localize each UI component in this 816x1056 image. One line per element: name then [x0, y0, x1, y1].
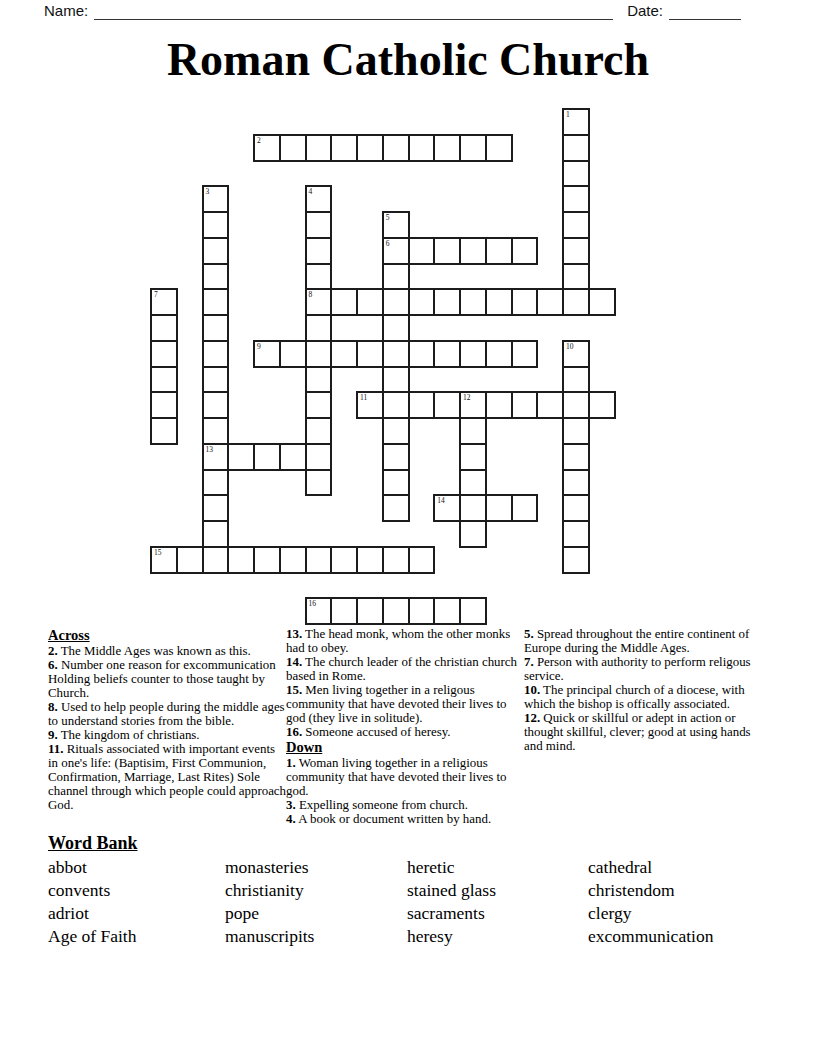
crossword-cell[interactable]: [562, 211, 590, 239]
crossword-cell[interactable]: [382, 366, 410, 394]
crossword-cell[interactable]: [279, 443, 307, 471]
cell-number: 4: [309, 187, 313, 196]
crossword-cell[interactable]: [227, 443, 255, 471]
clue-item: 7. Person with authority to perform reli…: [524, 655, 764, 683]
word-bank-item: convents: [48, 879, 225, 902]
word-bank-item: cathedral: [588, 856, 788, 879]
cell-number: 11: [360, 393, 367, 402]
cell-number: 3: [206, 187, 210, 196]
crossword-cell[interactable]: [305, 134, 333, 162]
crossword-cell[interactable]: [433, 340, 461, 368]
crossword-cell[interactable]: [562, 520, 590, 548]
crossword-cell[interactable]: [459, 237, 487, 265]
date-label: Date:: [627, 2, 669, 20]
crossword-cell[interactable]: 3: [202, 185, 230, 213]
crossword-cell[interactable]: [408, 546, 436, 574]
crossword-cell[interactable]: 8: [305, 288, 333, 316]
clue-item: 15. Men living together in a religous co…: [286, 683, 526, 725]
crossword-cell[interactable]: [408, 237, 436, 265]
crossword-cell[interactable]: [202, 263, 230, 291]
crossword-cell[interactable]: [459, 443, 487, 471]
cell-number: 7: [154, 290, 158, 299]
crossword-cell[interactable]: [382, 469, 410, 497]
crossword-cell[interactable]: [330, 597, 358, 625]
crossword-cell[interactable]: [202, 546, 230, 574]
clue-item: 3. Expelling someone from church.: [286, 798, 526, 812]
crossword-cell[interactable]: [382, 134, 410, 162]
clue-column: 5. Spread throughout the entire continen…: [524, 627, 774, 826]
crossword-cell[interactable]: [562, 391, 590, 419]
crossword-cell[interactable]: [459, 597, 487, 625]
crossword-cell[interactable]: [202, 494, 230, 522]
crossword-cell[interactable]: [459, 288, 487, 316]
crossword-cell[interactable]: [330, 134, 358, 162]
crossword-cell[interactable]: [382, 494, 410, 522]
cell-number: 1: [566, 110, 570, 119]
crossword-cell[interactable]: [279, 134, 307, 162]
crossword-cell[interactable]: [511, 288, 539, 316]
crossword-cell[interactable]: [356, 546, 384, 574]
crossword-cell[interactable]: [511, 340, 539, 368]
crossword-cell[interactable]: [562, 443, 590, 471]
crossword-cell[interactable]: 1: [562, 108, 590, 136]
crossword-cell[interactable]: [150, 391, 178, 419]
word-bank-item: monasteries: [225, 856, 407, 879]
crossword-cell[interactable]: [202, 237, 230, 265]
crossword-cell[interactable]: [562, 288, 590, 316]
clue-item: 11. Rituals associated with important ev…: [48, 742, 288, 812]
crossword-cell[interactable]: [150, 417, 178, 445]
clue-item: 10. The principal church of a diocese, w…: [524, 683, 764, 711]
word-bank-list: abbotmonasterieshereticcathedralconvents…: [48, 856, 816, 948]
word-bank-item: manuscripits: [225, 925, 407, 948]
crossword-cell[interactable]: 6: [382, 237, 410, 265]
clues-section: Across2. The Middle Ages was known as th…: [0, 625, 816, 826]
crossword-cell[interactable]: [305, 443, 333, 471]
crossword-cell[interactable]: 11: [356, 391, 384, 419]
crossword-cell[interactable]: [433, 237, 461, 265]
cell-number: 16: [309, 599, 317, 608]
crossword-cell[interactable]: [253, 546, 281, 574]
crossword-cell[interactable]: [536, 288, 564, 316]
crossword-cell[interactable]: [459, 134, 487, 162]
cell-number: 8: [309, 290, 313, 299]
header-row: Name: Date:: [0, 0, 816, 20]
crossword-cell[interactable]: [562, 494, 590, 522]
crossword-cell[interactable]: [176, 546, 204, 574]
clue-heading-down: Down: [286, 739, 524, 756]
crossword-cell[interactable]: [382, 546, 410, 574]
word-bank-item: clergy: [588, 902, 788, 925]
cell-number: 10: [566, 342, 574, 351]
word-bank-item: excommunication: [588, 925, 788, 948]
worksheet-page: Name: Date: Roman Catholic Church 268911…: [0, 0, 816, 1056]
crossword-cell[interactable]: [485, 391, 513, 419]
crossword-cell[interactable]: [562, 134, 590, 162]
crossword-cell[interactable]: [305, 263, 333, 291]
crossword-cell[interactable]: [202, 314, 230, 342]
crossword-cell[interactable]: [382, 314, 410, 342]
crossword-cell[interactable]: [382, 288, 410, 316]
crossword-cell[interactable]: [202, 520, 230, 548]
crossword-cell[interactable]: [433, 391, 461, 419]
crossword-cell[interactable]: [408, 391, 436, 419]
crossword-cell[interactable]: [330, 288, 358, 316]
clue-column: Across2. The Middle Ages was known as th…: [48, 627, 286, 826]
cell-number: 6: [386, 239, 390, 248]
crossword-cell[interactable]: [356, 597, 384, 625]
clue-item: 5. Spread throughout the entire continen…: [524, 627, 764, 655]
clue-heading-across: Across: [48, 627, 286, 644]
crossword-cell[interactable]: [485, 288, 513, 316]
crossword-cell[interactable]: [382, 443, 410, 471]
crossword-cell[interactable]: [202, 417, 230, 445]
crossword-cell[interactable]: [382, 417, 410, 445]
crossword-cell[interactable]: [485, 134, 513, 162]
crossword-cell[interactable]: [433, 597, 461, 625]
date-blank-line[interactable]: [669, 3, 741, 20]
crossword-cell[interactable]: [562, 366, 590, 394]
crossword-cell[interactable]: [562, 546, 590, 574]
word-bank-section: Word Bank abbotmonasterieshereticcathedr…: [0, 826, 816, 948]
crossword-cell[interactable]: [356, 134, 384, 162]
crossword-cell[interactable]: [408, 288, 436, 316]
crossword-cell[interactable]: 2: [253, 134, 281, 162]
word-bank-item: sacraments: [407, 902, 588, 925]
crossword-cell[interactable]: [382, 263, 410, 291]
crossword-cell[interactable]: [511, 494, 539, 522]
clue-item: 4. A book or document written by hand.: [286, 812, 526, 826]
crossword-cell[interactable]: [485, 494, 513, 522]
crossword-cell[interactable]: [588, 288, 616, 316]
word-bank-item: heretic: [407, 856, 588, 879]
crossword-cell[interactable]: [459, 520, 487, 548]
crossword-cell[interactable]: [202, 391, 230, 419]
crossword-cell[interactable]: [408, 340, 436, 368]
crossword-cell[interactable]: [459, 417, 487, 445]
crossword-cell[interactable]: [279, 546, 307, 574]
cell-number: 2: [257, 136, 261, 145]
clue-item: 1. Woman living together in a religious …: [286, 756, 526, 798]
cell-number: 9: [257, 342, 261, 351]
clue-item: 14. The church leader of the christian c…: [286, 655, 526, 683]
crossword-cell[interactable]: 10: [562, 340, 590, 368]
clue-item: 6. Number one reason for excommunication…: [48, 658, 288, 700]
word-bank-item: adriot: [48, 902, 225, 925]
crossword-cell[interactable]: [305, 314, 333, 342]
crossword-cell[interactable]: [305, 546, 333, 574]
crossword-cell[interactable]: 7: [150, 288, 178, 316]
cell-number: 15: [154, 548, 162, 557]
clue-item: 9. The kingdom of christians.: [48, 728, 288, 742]
word-bank-item: christendom: [588, 879, 788, 902]
cell-number: 5: [386, 213, 390, 222]
crossword-cell[interactable]: [562, 160, 590, 188]
crossword-cell[interactable]: [433, 288, 461, 316]
word-bank-heading: Word Bank: [48, 832, 816, 854]
name-label: Name:: [44, 2, 94, 20]
clue-item: 8. Used to help people during the middle…: [48, 700, 288, 728]
crossword-cell[interactable]: [305, 366, 333, 394]
crossword-cell[interactable]: [202, 340, 230, 368]
crossword-cell[interactable]: [433, 134, 461, 162]
crossword-cell[interactable]: [408, 134, 436, 162]
crossword-cell[interactable]: 4: [305, 185, 333, 213]
crossword-cell[interactable]: [356, 340, 384, 368]
crossword-cell[interactable]: [485, 340, 513, 368]
crossword-cell[interactable]: [305, 469, 333, 497]
crossword-cell[interactable]: [562, 469, 590, 497]
crossword-cell[interactable]: [356, 288, 384, 316]
word-bank-item: Age of Faith: [48, 925, 225, 948]
crossword-cell[interactable]: [562, 263, 590, 291]
crossword-cell[interactable]: [382, 391, 410, 419]
crossword-cell[interactable]: [279, 340, 307, 368]
crossword-cell[interactable]: [330, 546, 358, 574]
word-bank-item: heresy: [407, 925, 588, 948]
crossword-grid: 26891112131415161345710: [0, 108, 816, 625]
clue-column: 13. The head monk, whom the other monks …: [286, 627, 524, 826]
crossword-cell[interactable]: 15: [150, 546, 178, 574]
clue-item: 2. The Middle Ages was known as this.: [48, 644, 288, 658]
crossword-cell[interactable]: 5: [382, 211, 410, 239]
crossword-cell[interactable]: [227, 546, 255, 574]
crossword-cell[interactable]: [562, 417, 590, 445]
crossword-cell[interactable]: [305, 237, 333, 265]
crossword-cell[interactable]: 9: [253, 340, 281, 368]
crossword-cell[interactable]: [536, 391, 564, 419]
crossword-cell[interactable]: [562, 237, 590, 265]
crossword-cell[interactable]: [150, 366, 178, 394]
crossword-cell[interactable]: [485, 237, 513, 265]
clue-item: 13. The head monk, whom the other monks …: [286, 627, 526, 655]
word-bank-item: stained glass: [407, 879, 588, 902]
crossword-cell[interactable]: [202, 469, 230, 497]
crossword-cell[interactable]: [150, 340, 178, 368]
crossword-cell[interactable]: [459, 494, 487, 522]
crossword-cell[interactable]: 12: [459, 391, 487, 419]
crossword-cell[interactable]: [382, 597, 410, 625]
crossword-cell[interactable]: [305, 340, 333, 368]
crossword-cell[interactable]: [511, 237, 539, 265]
cell-number: 13: [206, 445, 214, 454]
word-bank-item: abbot: [48, 856, 225, 879]
crossword-cell[interactable]: [459, 469, 487, 497]
crossword-cell[interactable]: [588, 391, 616, 419]
clue-item: 16. Someone accused of heresy.: [286, 725, 526, 739]
crossword-cell[interactable]: [305, 391, 333, 419]
cell-number: 14: [437, 496, 445, 505]
crossword-cell[interactable]: [305, 417, 333, 445]
name-blank-line[interactable]: [94, 3, 613, 20]
crossword-cell[interactable]: 14: [433, 494, 461, 522]
crossword-cell[interactable]: [202, 366, 230, 394]
crossword-cell[interactable]: [511, 391, 539, 419]
word-bank-item: christianity: [225, 879, 407, 902]
crossword-cell[interactable]: [330, 340, 358, 368]
clue-item: 12. Quick or skillful or adept in action…: [524, 711, 764, 753]
crossword-cell[interactable]: [408, 597, 436, 625]
crossword-cell[interactable]: [562, 185, 590, 213]
cell-number: 12: [463, 393, 471, 402]
crossword-cell[interactable]: [202, 288, 230, 316]
word-bank-item: pope: [225, 902, 407, 925]
crossword-cell[interactable]: [150, 314, 178, 342]
crossword-cell[interactable]: [253, 443, 281, 471]
crossword-cell[interactable]: 16: [305, 597, 333, 625]
crossword-cell[interactable]: [459, 340, 487, 368]
crossword-cell[interactable]: [305, 211, 333, 239]
crossword-cell[interactable]: [382, 340, 410, 368]
page-title: Roman Catholic Church: [0, 33, 816, 86]
crossword-cell[interactable]: 13: [202, 443, 230, 471]
crossword-cell[interactable]: [202, 211, 230, 239]
